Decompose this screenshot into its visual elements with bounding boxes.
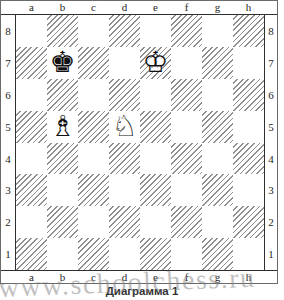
square-f4[interactable] (171, 143, 202, 175)
square-b2[interactable] (47, 206, 78, 238)
square-e5[interactable] (140, 111, 171, 143)
square-b6[interactable] (47, 79, 78, 111)
square-d3[interactable] (109, 174, 140, 206)
square-h6[interactable] (233, 79, 264, 111)
white-bishop[interactable]: ♗ (47, 111, 78, 143)
square-e4[interactable] (140, 143, 171, 175)
file-label-c: c (78, 271, 109, 283)
square-e8[interactable] (140, 15, 171, 47)
square-h3[interactable] (233, 174, 264, 206)
rank-label-3: 3 (265, 174, 277, 206)
square-f6[interactable] (171, 79, 202, 111)
square-f5[interactable] (171, 111, 202, 143)
square-b1[interactable] (47, 238, 78, 270)
square-b8[interactable] (47, 15, 78, 47)
square-f3[interactable] (171, 174, 202, 206)
square-a3[interactable] (16, 174, 47, 206)
square-e3[interactable] (140, 174, 171, 206)
board-frame: ♚♚♔♝♗♞♘ (15, 15, 265, 270)
file-label-a: a (16, 271, 47, 283)
chess-diagram-page: abcdefgh 87654321 ♚♚♔♝♗♞♘ 87654321 abcde… (0, 0, 284, 300)
square-e7[interactable]: ♚♔ (140, 47, 171, 79)
rank-label-4: 4 (1, 143, 15, 175)
square-h2[interactable] (233, 206, 264, 238)
square-g6[interactable] (202, 79, 233, 111)
rank-labels-left: 87654321 (1, 15, 15, 270)
square-b5[interactable]: ♝♗ (47, 111, 78, 143)
square-e1[interactable] (140, 238, 171, 270)
square-f1[interactable] (171, 238, 202, 270)
square-c8[interactable] (78, 15, 109, 47)
square-h7[interactable] (233, 47, 264, 79)
file-label-f: f (171, 271, 202, 283)
square-a2[interactable] (16, 206, 47, 238)
square-g1[interactable] (202, 238, 233, 270)
square-b7[interactable]: ♚ (47, 47, 78, 79)
file-label-g: g (202, 1, 233, 14)
file-label-b: b (47, 271, 78, 283)
square-g7[interactable] (202, 47, 233, 79)
square-f8[interactable] (171, 15, 202, 47)
rank-label-6: 6 (265, 79, 277, 111)
square-b3[interactable] (47, 174, 78, 206)
square-d7[interactable] (109, 47, 140, 79)
square-a5[interactable] (16, 111, 47, 143)
square-a8[interactable] (16, 15, 47, 47)
board: ♚♚♔♝♗♞♘ (16, 15, 264, 270)
white-knight[interactable]: ♘ (109, 111, 140, 143)
square-d5[interactable]: ♞♘ (109, 111, 140, 143)
file-label-g: g (202, 271, 233, 283)
square-d8[interactable] (109, 15, 140, 47)
diagram-caption: Диаграмма 1 (0, 285, 284, 298)
square-c2[interactable] (78, 206, 109, 238)
file-label-b: b (47, 1, 78, 14)
file-label-h: h (233, 271, 264, 283)
square-b4[interactable] (47, 143, 78, 175)
square-a6[interactable] (16, 79, 47, 111)
rank-label-1: 1 (265, 238, 277, 270)
square-c3[interactable] (78, 174, 109, 206)
file-label-d: d (109, 1, 140, 14)
rank-label-3: 3 (1, 174, 15, 206)
square-d4[interactable] (109, 143, 140, 175)
square-c4[interactable] (78, 143, 109, 175)
square-h1[interactable] (233, 238, 264, 270)
file-label-f: f (171, 1, 202, 14)
square-g3[interactable] (202, 174, 233, 206)
square-c5[interactable] (78, 111, 109, 143)
rank-label-6: 6 (1, 79, 15, 111)
square-h4[interactable] (233, 143, 264, 175)
square-d1[interactable] (109, 238, 140, 270)
rank-label-8: 8 (1, 15, 15, 47)
square-c7[interactable] (78, 47, 109, 79)
rank-label-5: 5 (1, 111, 15, 143)
rank-label-4: 4 (265, 143, 277, 175)
file-label-h: h (233, 1, 264, 14)
square-g2[interactable] (202, 206, 233, 238)
rank-label-7: 7 (265, 47, 277, 79)
square-h5[interactable] (233, 111, 264, 143)
square-e2[interactable] (140, 206, 171, 238)
square-e6[interactable] (140, 79, 171, 111)
black-king[interactable]: ♚ (47, 47, 78, 79)
file-label-d: d (109, 271, 140, 283)
square-d6[interactable] (109, 79, 140, 111)
file-label-e: e (140, 1, 171, 14)
board-band: 87654321 ♚♚♔♝♗♞♘ 87654321 (1, 14, 277, 271)
square-f7[interactable] (171, 47, 202, 79)
file-labels-bottom: abcdefgh (16, 271, 264, 283)
file-label-a: a (16, 1, 47, 14)
diagram-frame: abcdefgh 87654321 ♚♚♔♝♗♞♘ 87654321 abcde… (0, 0, 278, 284)
square-g4[interactable] (202, 143, 233, 175)
square-c6[interactable] (78, 79, 109, 111)
file-labels-top: abcdefgh (16, 1, 264, 14)
rank-label-7: 7 (1, 47, 15, 79)
square-f2[interactable] (171, 206, 202, 238)
square-g8[interactable] (202, 15, 233, 47)
rank-label-1: 1 (1, 238, 15, 270)
rank-label-5: 5 (265, 111, 277, 143)
rank-label-2: 2 (1, 206, 15, 238)
square-a4[interactable] (16, 143, 47, 175)
file-label-e: e (140, 271, 171, 283)
square-c1[interactable] (78, 238, 109, 270)
square-d2[interactable] (109, 206, 140, 238)
rank-label-8: 8 (265, 15, 277, 47)
square-a1[interactable] (16, 238, 47, 270)
file-label-c: c (78, 1, 109, 14)
square-h8[interactable] (233, 15, 264, 47)
rank-label-2: 2 (265, 206, 277, 238)
rank-labels-right: 87654321 (265, 15, 277, 270)
white-king[interactable]: ♔ (140, 47, 171, 79)
square-a7[interactable] (16, 47, 47, 79)
square-g5[interactable] (202, 111, 233, 143)
